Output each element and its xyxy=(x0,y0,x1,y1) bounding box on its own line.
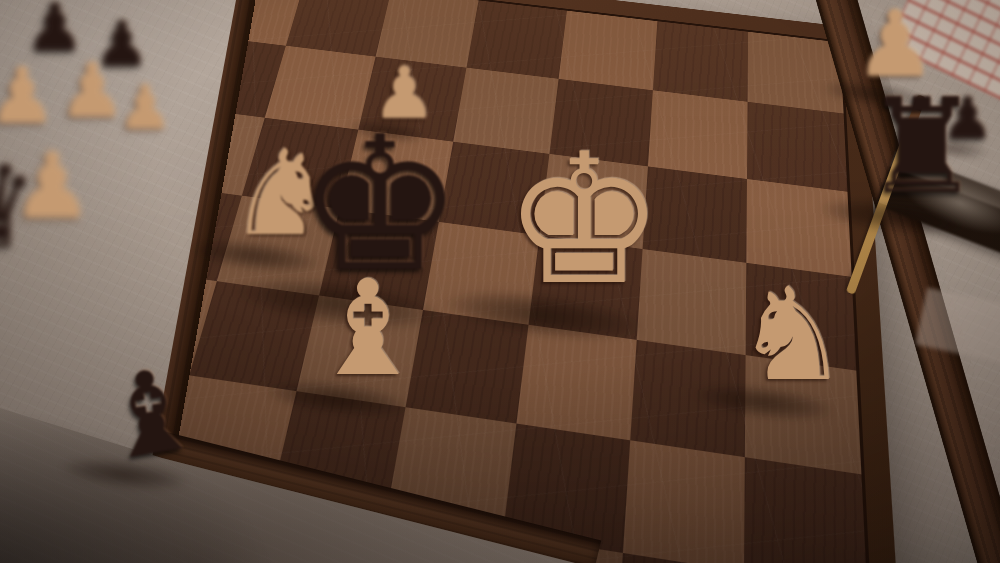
square-b8[interactable] xyxy=(652,21,747,102)
square-c4[interactable] xyxy=(517,325,637,441)
bishop-glyph: ♝ xyxy=(85,350,215,478)
pawn-glyph: ♟ xyxy=(0,58,61,134)
queen-glyph: ♛ xyxy=(0,148,45,264)
square-d8[interactable] xyxy=(466,0,567,79)
piece-black-queen: ♛ xyxy=(0,148,45,266)
king-glyph: ♚ xyxy=(494,132,674,308)
pawn-glyph: ♟ xyxy=(114,78,176,139)
rook-glyph: ♜ xyxy=(856,82,988,211)
piece-white-pawn: ♟ xyxy=(0,58,61,136)
piece-white-pawn: ♟ xyxy=(114,78,176,140)
square-b3[interactable] xyxy=(622,440,744,563)
square-a7[interactable] xyxy=(747,102,848,191)
bishop-glyph: ♝ xyxy=(302,264,434,393)
chess-photo-scene: ♞♟♚♚♝♞♝♟♟♟♟♟♟♛♟♜♟ xyxy=(0,0,1000,563)
knight-glyph: ♞ xyxy=(728,272,856,397)
square-c8[interactable] xyxy=(559,11,657,91)
square-a3[interactable] xyxy=(744,457,867,563)
piece-black-bishop-h3[interactable]: ♝ xyxy=(93,358,207,472)
piece-white-bishop-e4[interactable]: ♝ xyxy=(302,264,434,396)
piece-white-king-c5[interactable]: ♚ xyxy=(494,132,674,312)
piece-white-knight-a4[interactable]: ♞ xyxy=(728,272,856,400)
piece-black-rook: ♜ xyxy=(856,82,988,214)
